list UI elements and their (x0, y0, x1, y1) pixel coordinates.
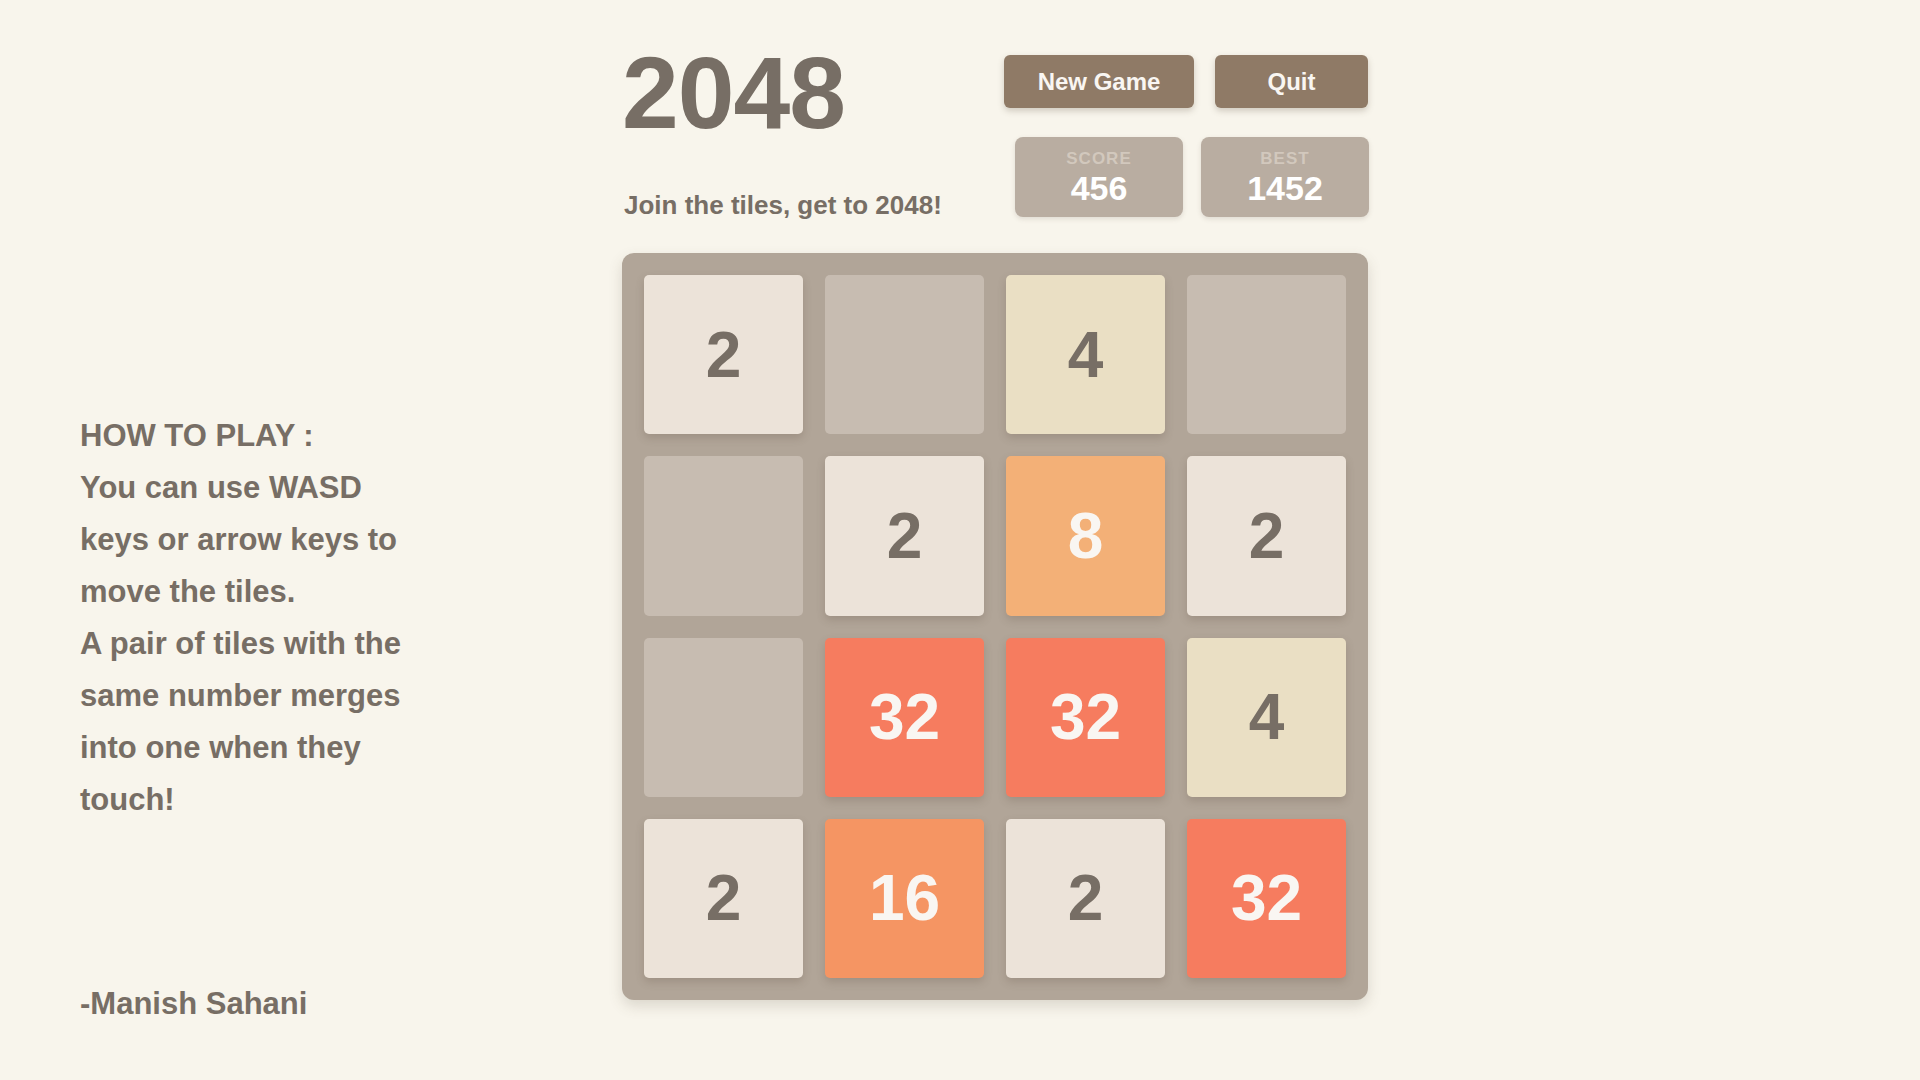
empty-cell (644, 456, 803, 615)
subtitle-goal: 2048! (875, 190, 942, 220)
quit-button[interactable]: Quit (1215, 55, 1368, 108)
best-label: BEST (1260, 149, 1309, 169)
tile-8: 8 (1006, 456, 1165, 615)
empty-cell (644, 638, 803, 797)
how-to-play-line: A pair of tiles with the (80, 618, 520, 670)
tile-4: 4 (1187, 638, 1346, 797)
score-value: 456 (1071, 171, 1128, 205)
how-to-play-line: move the tiles. (80, 566, 520, 618)
how-to-play: HOW TO PLAY : You can use WASD keys or a… (80, 410, 520, 826)
how-to-play-line: into one when they (80, 722, 520, 774)
game-page: { "game": "2048", "position": "2,0,4,0/0… (0, 0, 1920, 1080)
empty-cell (825, 275, 984, 434)
tile-16: 16 (825, 819, 984, 978)
best-value: 1452 (1247, 171, 1323, 205)
how-to-play-line: keys or arrow keys to (80, 514, 520, 566)
board-grid: 2428232324216232 (622, 253, 1368, 1000)
tile-32: 32 (1006, 638, 1165, 797)
how-to-play-line: touch! (80, 774, 520, 826)
new-game-button[interactable]: New Game (1004, 55, 1194, 108)
how-to-play-line: You can use WASD (80, 462, 520, 514)
how-to-play-line: same number merges (80, 670, 520, 722)
tile-2: 2 (644, 275, 803, 434)
empty-cell (1187, 275, 1346, 434)
tile-2: 2 (644, 819, 803, 978)
score-label: SCORE (1066, 149, 1131, 169)
page-title: 2048 (622, 30, 845, 158)
tile-4: 4 (1006, 275, 1165, 434)
author-signature: -Manish Sahani (80, 986, 307, 1022)
tile-32: 32 (1187, 819, 1346, 978)
subtitle: Join the tiles, get to 2048! (624, 190, 942, 221)
tile-2: 2 (825, 456, 984, 615)
score-box: SCORE 456 (1015, 137, 1183, 217)
how-to-play-line: HOW TO PLAY : (80, 410, 520, 462)
best-box: BEST 1452 (1201, 137, 1369, 217)
tile-2: 2 (1006, 819, 1165, 978)
tile-2: 2 (1187, 456, 1346, 615)
subtitle-text: Join the tiles, get to (624, 190, 875, 220)
tile-32: 32 (825, 638, 984, 797)
